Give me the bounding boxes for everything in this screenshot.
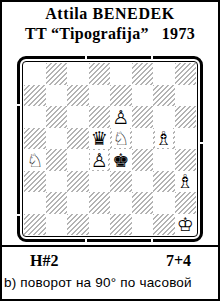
- square-h1: ♔: [175, 214, 197, 236]
- square-e2: [110, 192, 132, 214]
- square-e4: ♚: [110, 149, 132, 171]
- square-g5: ♗: [153, 128, 175, 150]
- square-g2: [153, 192, 175, 214]
- square-d3: [89, 171, 111, 193]
- square-f7: [132, 85, 154, 107]
- tourney-line: TT “Tipografija”1973: [2, 24, 218, 44]
- frame-notch: [17, 104, 20, 106]
- white-knight: ♘: [26, 150, 44, 170]
- square-c2: [67, 192, 89, 214]
- square-f5: [132, 128, 154, 150]
- frame-notch: [200, 142, 203, 144]
- square-e1: [110, 214, 132, 236]
- square-g7: [153, 85, 175, 107]
- white-pawn: ♙: [90, 150, 108, 170]
- square-h2: [175, 192, 197, 214]
- square-a6: [24, 106, 46, 128]
- square-g4: [153, 149, 175, 171]
- white-pawn: ♙: [112, 107, 130, 127]
- square-f6: [132, 106, 154, 128]
- square-b8: [46, 63, 68, 85]
- chess-diagram: ♙♛♘♗♘♙♚♗♔: [17, 56, 203, 242]
- square-a1: [24, 214, 46, 236]
- square-e3: [110, 171, 132, 193]
- square-b7: [46, 85, 68, 107]
- square-c4: [67, 149, 89, 171]
- square-c7: [67, 85, 89, 107]
- board-inner-frame: ♙♛♘♗♘♙♚♗♔: [22, 61, 198, 237]
- square-d6: [89, 106, 111, 128]
- square-h6: [175, 106, 197, 128]
- square-b3: [46, 171, 68, 193]
- frame-notch: [151, 56, 153, 59]
- diagram-header: Attila BENEDEK TT “Tipografija”1973: [2, 4, 218, 43]
- piece-count: 7+4: [166, 252, 191, 270]
- square-g6: [153, 106, 175, 128]
- stipulation: H#2: [30, 252, 58, 270]
- square-c5: [67, 128, 89, 150]
- board: ♙♛♘♗♘♙♚♗♔: [24, 63, 196, 235]
- white-king: ♔: [176, 214, 194, 234]
- square-h3: ♗: [175, 171, 197, 193]
- square-h7: [175, 85, 197, 107]
- square-h8: [175, 63, 197, 85]
- tourney-name: TT “Tipografija”: [25, 25, 149, 42]
- white-bishop: ♗: [176, 171, 194, 191]
- square-c1: [67, 214, 89, 236]
- square-b4: [46, 149, 68, 171]
- white-knight: ♘: [112, 128, 130, 148]
- square-f1: [132, 214, 154, 236]
- square-a4: ♘: [24, 149, 46, 171]
- square-e7: [110, 85, 132, 107]
- black-king: ♚: [112, 150, 130, 170]
- square-g3: [153, 171, 175, 193]
- composer-name: Attila BENEDEK: [2, 4, 218, 24]
- square-b1: [46, 214, 68, 236]
- square-h4: [175, 149, 197, 171]
- black-queen: ♛: [90, 128, 108, 148]
- square-d5: ♛: [89, 128, 111, 150]
- square-e8: [110, 63, 132, 85]
- square-g8: [153, 63, 175, 85]
- square-a2: [24, 192, 46, 214]
- square-d4: ♙: [89, 149, 111, 171]
- square-d1: [89, 214, 111, 236]
- square-a7: [24, 85, 46, 107]
- square-a8: [24, 63, 46, 85]
- frame-notch: [17, 214, 20, 216]
- square-d8: [89, 63, 111, 85]
- square-b6: [46, 106, 68, 128]
- square-c6: [67, 106, 89, 128]
- square-f3: [132, 171, 154, 193]
- square-c8: [67, 63, 89, 85]
- square-e5: ♘: [110, 128, 132, 150]
- twin-caption: b) поворот на 90° по часовой: [4, 275, 218, 290]
- square-f2: [132, 192, 154, 214]
- tourney-year: 1973: [162, 25, 195, 42]
- stipulation-row: H#2 7+4: [2, 247, 218, 270]
- square-d2: [89, 192, 111, 214]
- white-bishop: ♗: [155, 128, 173, 148]
- square-h5: [175, 128, 197, 150]
- square-b2: [46, 192, 68, 214]
- square-a5: [24, 128, 46, 150]
- square-f4: [132, 149, 154, 171]
- square-b5: [46, 128, 68, 150]
- square-c3: [67, 171, 89, 193]
- frame-notch: [151, 239, 153, 242]
- square-d7: [89, 85, 111, 107]
- frame-notch: [85, 56, 87, 59]
- square-a3: [24, 171, 46, 193]
- square-f8: [132, 63, 154, 85]
- board-frame: ♙♛♘♗♘♙♚♗♔: [17, 56, 203, 242]
- frame-notch: [85, 239, 87, 242]
- square-e6: ♙: [110, 106, 132, 128]
- square-g1: [153, 214, 175, 236]
